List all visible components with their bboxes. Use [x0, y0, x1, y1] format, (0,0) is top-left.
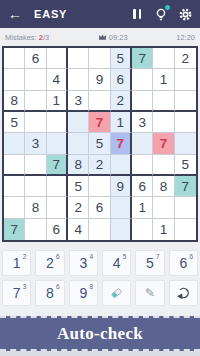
cell-r8c3[interactable] — [47, 197, 68, 218]
cell-r8c8[interactable] — [153, 197, 174, 218]
cell-r4c3[interactable] — [47, 112, 68, 133]
bottom-strip — [0, 351, 200, 356]
cell-r5c9[interactable] — [175, 133, 196, 154]
cell-r5c1[interactable] — [4, 133, 25, 154]
cell-r6c8[interactable] — [153, 155, 174, 176]
hint-bulb-icon[interactable] — [152, 5, 170, 23]
numpad-7[interactable]: 73 — [2, 280, 31, 306]
cell-r6c3[interactable]: 7 — [47, 155, 68, 176]
cell-r6c1[interactable] — [4, 155, 25, 176]
cell-r8c4[interactable]: 2 — [68, 197, 89, 218]
cell-r4c4[interactable] — [68, 112, 89, 133]
auto-check-label: Auto-check — [57, 324, 143, 344]
cell-r5c6[interactable]: 7 — [111, 133, 132, 154]
cell-r5c2[interactable]: 3 — [25, 133, 46, 154]
cell-r2c7[interactable] — [132, 69, 153, 90]
cell-r8c9[interactable] — [175, 197, 196, 218]
cell-r3c2[interactable] — [25, 91, 46, 112]
cell-r6c2[interactable] — [25, 155, 46, 176]
cell-r5c7[interactable] — [132, 133, 153, 154]
best-time: 09:23 — [49, 33, 176, 42]
numpad-4[interactable]: 45 — [102, 250, 131, 276]
cell-r9c4[interactable]: 4 — [68, 219, 89, 240]
cell-r7c6[interactable]: 9 — [111, 176, 132, 197]
cell-r8c7[interactable]: 1 — [132, 197, 153, 218]
sudoku-board: 6572496181325713357778255968782617641 — [2, 46, 198, 242]
cell-r2c4[interactable] — [68, 69, 89, 90]
cell-r6c7[interactable] — [132, 155, 153, 176]
cell-r4c7[interactable]: 3 — [132, 112, 153, 133]
hint-badge — [165, 5, 170, 10]
numpad-2[interactable]: 26 — [35, 250, 64, 276]
cell-r3c1[interactable]: 8 — [4, 91, 25, 112]
cell-r4c8[interactable] — [153, 112, 174, 133]
cell-r9c8[interactable]: 1 — [153, 219, 174, 240]
auto-check-banner[interactable]: Auto-check — [0, 316, 200, 351]
top-bar: ← EASY — [0, 0, 200, 28]
cell-r9c7[interactable] — [132, 219, 153, 240]
cell-r3c5[interactable] — [89, 91, 110, 112]
numpad-1[interactable]: 12 — [2, 250, 31, 276]
cell-r7c3[interactable] — [47, 176, 68, 197]
undo-button[interactable] — [169, 280, 198, 306]
status-bar: Mistakes: 2/3 09:23 12:20 — [0, 28, 200, 46]
cell-r4c1[interactable]: 5 — [4, 112, 25, 133]
cell-r4c5[interactable]: 7 — [89, 112, 110, 133]
cell-r7c8[interactable]: 8 — [153, 176, 174, 197]
cell-r7c4[interactable]: 5 — [68, 176, 89, 197]
cell-r3c3[interactable]: 1 — [47, 91, 68, 112]
cell-r8c2[interactable]: 8 — [25, 197, 46, 218]
cell-r5c4[interactable] — [68, 133, 89, 154]
cell-r1c8[interactable] — [153, 48, 174, 69]
eraser-icon — [109, 286, 124, 300]
cell-r7c5[interactable] — [89, 176, 110, 197]
cell-r9c5[interactable] — [89, 219, 110, 240]
numpad-3[interactable]: 34 — [69, 250, 98, 276]
cell-r1c2[interactable]: 6 — [25, 48, 46, 69]
eraser-button[interactable] — [102, 280, 131, 306]
cell-r9c9[interactable] — [175, 219, 196, 240]
cell-r1c9[interactable]: 2 — [175, 48, 196, 69]
cell-r9c3[interactable]: 6 — [47, 219, 68, 240]
cell-r1c5[interactable] — [89, 48, 110, 69]
pencil-icon: ✎ — [145, 286, 155, 300]
numpad-9[interactable]: 98 — [69, 280, 98, 306]
cell-r8c5[interactable]: 6 — [89, 197, 110, 218]
cell-r9c2[interactable] — [25, 219, 46, 240]
cell-r3c4[interactable]: 3 — [68, 91, 89, 112]
mistakes-counter: Mistakes: 2/3 — [5, 33, 49, 42]
cell-r3c7[interactable] — [132, 91, 153, 112]
cell-r5c5[interactable]: 5 — [89, 133, 110, 154]
cell-r2c5[interactable]: 9 — [89, 69, 110, 90]
cell-r7c9[interactable]: 7 — [175, 176, 196, 197]
cell-r1c7[interactable]: 7 — [132, 48, 153, 69]
cell-r2c9[interactable] — [175, 69, 196, 90]
crown-icon — [98, 33, 107, 41]
cell-r6c6[interactable] — [111, 155, 132, 176]
cell-r1c1[interactable] — [4, 48, 25, 69]
cell-r2c3[interactable]: 4 — [47, 69, 68, 90]
cell-r6c4[interactable]: 8 — [68, 155, 89, 176]
cell-r5c3[interactable] — [47, 133, 68, 154]
back-arrow-icon[interactable]: ← — [6, 7, 24, 21]
numpad-8[interactable]: 86 — [35, 280, 64, 306]
cell-r4c9[interactable] — [175, 112, 196, 133]
numpad-6[interactable]: 66 — [169, 250, 198, 276]
cell-r3c8[interactable] — [153, 91, 174, 112]
cell-r1c3[interactable] — [47, 48, 68, 69]
pause-icon[interactable] — [128, 5, 146, 23]
cell-r3c6[interactable]: 2 — [111, 91, 132, 112]
cell-r2c2[interactable] — [25, 69, 46, 90]
cell-r8c1[interactable] — [4, 197, 25, 218]
cell-r4c6[interactable]: 1 — [111, 112, 132, 133]
cell-r4c2[interactable] — [25, 112, 46, 133]
cell-r3c9[interactable] — [175, 91, 196, 112]
cell-r7c1[interactable] — [4, 176, 25, 197]
cell-r8c6[interactable] — [111, 197, 132, 218]
cell-r2c8[interactable]: 1 — [153, 69, 174, 90]
cell-r9c6[interactable] — [111, 219, 132, 240]
cell-r6c9[interactable]: 5 — [175, 155, 196, 176]
pencil-button[interactable]: ✎ — [135, 280, 164, 306]
cell-r2c1[interactable] — [4, 69, 25, 90]
cell-r1c4[interactable] — [68, 48, 89, 69]
difficulty-title: EASY — [34, 8, 67, 20]
cell-r7c7[interactable]: 6 — [132, 176, 153, 197]
timer: 12:20 — [176, 33, 195, 42]
settings-gear-icon[interactable] — [176, 5, 194, 23]
cell-r5c8[interactable]: 7 — [153, 133, 174, 154]
cell-r9c1[interactable]: 7 — [4, 219, 25, 240]
cell-r1c6[interactable]: 5 — [111, 48, 132, 69]
number-pad: 12 26 34 45 57 66 73 86 98 ✎ — [2, 250, 198, 306]
undo-icon — [176, 286, 190, 300]
cell-r2c6[interactable]: 6 — [111, 69, 132, 90]
numpad-5[interactable]: 57 — [135, 250, 164, 276]
cell-r6c5[interactable]: 2 — [89, 155, 110, 176]
cell-r7c2[interactable] — [25, 176, 46, 197]
